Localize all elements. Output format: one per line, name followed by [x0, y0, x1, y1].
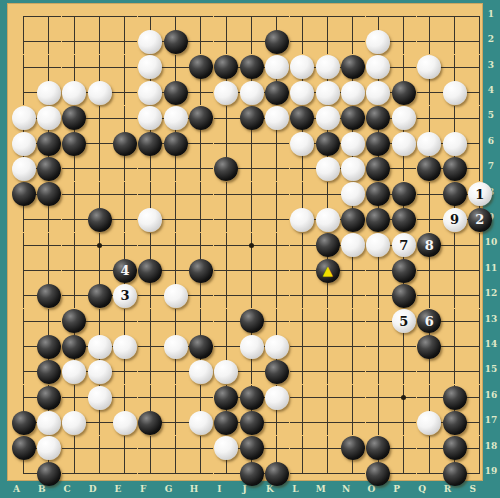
intersection-R13[interactable]	[442, 309, 467, 334]
intersection-P15[interactable]	[391, 359, 416, 384]
intersection-C4[interactable]	[62, 80, 87, 105]
intersection-L6[interactable]	[290, 131, 315, 156]
intersection-F5[interactable]	[138, 106, 163, 131]
intersection-Q15[interactable]	[417, 359, 442, 384]
intersection-L4[interactable]	[290, 80, 315, 105]
intersection-A9[interactable]	[11, 207, 36, 232]
intersection-F2[interactable]	[138, 29, 163, 54]
intersection-P10[interactable]: 7	[391, 233, 416, 258]
intersection-G6[interactable]	[163, 131, 188, 156]
intersection-M5[interactable]	[315, 106, 340, 131]
intersection-I13[interactable]	[214, 309, 239, 334]
intersection-B6[interactable]	[36, 131, 61, 156]
intersection-D17[interactable]	[87, 410, 112, 435]
intersection-Q10[interactable]: 8	[417, 233, 442, 258]
intersection-I1[interactable]	[214, 4, 239, 29]
intersection-L13[interactable]	[290, 309, 315, 334]
intersection-N1[interactable]	[340, 4, 365, 29]
intersection-I10[interactable]	[214, 233, 239, 258]
intersection-E19[interactable]	[112, 461, 137, 486]
intersection-B8[interactable]	[36, 182, 61, 207]
intersection-M19[interactable]	[315, 461, 340, 486]
intersection-Q19[interactable]	[417, 461, 442, 486]
intersection-N10[interactable]	[340, 233, 365, 258]
intersection-Q5[interactable]	[417, 106, 442, 131]
intersection-I2[interactable]	[214, 29, 239, 54]
intersection-H18[interactable]	[188, 436, 213, 461]
intersection-C18[interactable]	[62, 436, 87, 461]
intersection-E2[interactable]	[112, 29, 137, 54]
intersection-Q18[interactable]	[417, 436, 442, 461]
intersection-D4[interactable]	[87, 80, 112, 105]
intersection-K9[interactable]	[264, 207, 289, 232]
intersection-G5[interactable]	[163, 106, 188, 131]
intersection-R11[interactable]	[442, 258, 467, 283]
intersection-B13[interactable]	[36, 309, 61, 334]
intersection-F13[interactable]	[138, 309, 163, 334]
intersection-R9[interactable]: 9	[442, 207, 467, 232]
intersection-N7[interactable]	[340, 156, 365, 181]
intersection-E10[interactable]	[112, 233, 137, 258]
intersection-F19[interactable]	[138, 461, 163, 486]
intersection-J7[interactable]	[239, 156, 264, 181]
intersection-G10[interactable]	[163, 233, 188, 258]
intersection-H10[interactable]	[188, 233, 213, 258]
intersection-P8[interactable]	[391, 182, 416, 207]
intersection-G14[interactable]	[163, 334, 188, 359]
intersection-Q14[interactable]	[417, 334, 442, 359]
intersection-P7[interactable]	[391, 156, 416, 181]
intersection-R6[interactable]	[442, 131, 467, 156]
intersection-N16[interactable]	[340, 385, 365, 410]
intersection-R14[interactable]	[442, 334, 467, 359]
intersection-B2[interactable]	[36, 29, 61, 54]
intersection-G15[interactable]	[163, 359, 188, 384]
intersection-K18[interactable]	[264, 436, 289, 461]
intersection-J6[interactable]	[239, 131, 264, 156]
intersection-M13[interactable]	[315, 309, 340, 334]
intersection-K14[interactable]	[264, 334, 289, 359]
intersection-F10[interactable]	[138, 233, 163, 258]
intersection-B5[interactable]	[36, 106, 61, 131]
intersection-M1[interactable]	[315, 4, 340, 29]
intersection-A19[interactable]	[11, 461, 36, 486]
intersection-H6[interactable]	[188, 131, 213, 156]
intersection-N4[interactable]	[340, 80, 365, 105]
intersection-H15[interactable]	[188, 359, 213, 384]
intersection-J17[interactable]	[239, 410, 264, 435]
intersection-F8[interactable]	[138, 182, 163, 207]
intersection-M11[interactable]: ▲	[315, 258, 340, 283]
intersection-R2[interactable]	[442, 29, 467, 54]
intersection-I17[interactable]	[214, 410, 239, 435]
intersection-D13[interactable]	[87, 309, 112, 334]
intersection-M14[interactable]	[315, 334, 340, 359]
intersection-L15[interactable]	[290, 359, 315, 384]
intersection-G18[interactable]	[163, 436, 188, 461]
intersection-D11[interactable]	[87, 258, 112, 283]
intersection-B17[interactable]	[36, 410, 61, 435]
intersection-A14[interactable]	[11, 334, 36, 359]
intersection-K13[interactable]	[264, 309, 289, 334]
intersection-A7[interactable]	[11, 156, 36, 181]
intersection-K10[interactable]	[264, 233, 289, 258]
intersection-A12[interactable]	[11, 283, 36, 308]
intersection-K4[interactable]	[264, 80, 289, 105]
intersection-I9[interactable]	[214, 207, 239, 232]
intersection-C11[interactable]	[62, 258, 87, 283]
intersection-C14[interactable]	[62, 334, 87, 359]
intersection-N5[interactable]	[340, 106, 365, 131]
intersection-D8[interactable]	[87, 182, 112, 207]
intersection-C5[interactable]	[62, 106, 87, 131]
intersection-E5[interactable]	[112, 106, 137, 131]
intersection-D9[interactable]	[87, 207, 112, 232]
intersection-D15[interactable]	[87, 359, 112, 384]
intersection-G2[interactable]	[163, 29, 188, 54]
intersection-F17[interactable]	[138, 410, 163, 435]
intersection-R1[interactable]	[442, 4, 467, 29]
intersection-J10[interactable]	[239, 233, 264, 258]
intersection-B7[interactable]	[36, 156, 61, 181]
intersection-C7[interactable]	[62, 156, 87, 181]
intersection-L9[interactable]	[290, 207, 315, 232]
intersection-A6[interactable]	[11, 131, 36, 156]
intersection-S9[interactable]: 2	[467, 207, 492, 232]
intersection-A11[interactable]	[11, 258, 36, 283]
intersection-O1[interactable]	[366, 4, 391, 29]
intersection-A18[interactable]	[11, 436, 36, 461]
intersection-N19[interactable]	[340, 461, 365, 486]
intersection-G19[interactable]	[163, 461, 188, 486]
intersection-C8[interactable]	[62, 182, 87, 207]
intersection-Q1[interactable]	[417, 4, 442, 29]
intersection-F12[interactable]	[138, 283, 163, 308]
intersection-C12[interactable]	[62, 283, 87, 308]
intersection-H19[interactable]	[188, 461, 213, 486]
intersection-N15[interactable]	[340, 359, 365, 384]
intersection-E8[interactable]	[112, 182, 137, 207]
intersection-M12[interactable]	[315, 283, 340, 308]
intersection-A15[interactable]	[11, 359, 36, 384]
intersection-F4[interactable]	[138, 80, 163, 105]
intersection-E13[interactable]	[112, 309, 137, 334]
intersection-G4[interactable]	[163, 80, 188, 105]
intersection-O3[interactable]	[366, 55, 391, 80]
intersection-J18[interactable]	[239, 436, 264, 461]
intersection-M17[interactable]	[315, 410, 340, 435]
intersection-I12[interactable]	[214, 283, 239, 308]
intersection-O7[interactable]	[366, 156, 391, 181]
intersection-F14[interactable]	[138, 334, 163, 359]
intersection-R18[interactable]	[442, 436, 467, 461]
intersection-N18[interactable]	[340, 436, 365, 461]
intersection-A4[interactable]	[11, 80, 36, 105]
intersection-J5[interactable]	[239, 106, 264, 131]
intersection-O8[interactable]	[366, 182, 391, 207]
intersection-A13[interactable]	[11, 309, 36, 334]
intersection-H14[interactable]	[188, 334, 213, 359]
intersection-H7[interactable]	[188, 156, 213, 181]
intersection-P5[interactable]	[391, 106, 416, 131]
intersection-J2[interactable]	[239, 29, 264, 54]
intersection-M3[interactable]	[315, 55, 340, 80]
intersection-I11[interactable]	[214, 258, 239, 283]
intersection-J11[interactable]	[239, 258, 264, 283]
intersection-B11[interactable]	[36, 258, 61, 283]
intersection-D18[interactable]	[87, 436, 112, 461]
intersection-M2[interactable]	[315, 29, 340, 54]
intersection-Q2[interactable]	[417, 29, 442, 54]
intersection-J16[interactable]	[239, 385, 264, 410]
intersection-Q4[interactable]	[417, 80, 442, 105]
intersection-O19[interactable]	[366, 461, 391, 486]
intersection-L8[interactable]	[290, 182, 315, 207]
intersection-L2[interactable]	[290, 29, 315, 54]
intersection-I15[interactable]	[214, 359, 239, 384]
intersection-F11[interactable]	[138, 258, 163, 283]
intersection-H9[interactable]	[188, 207, 213, 232]
intersection-G11[interactable]	[163, 258, 188, 283]
intersection-N3[interactable]	[340, 55, 365, 80]
intersection-O12[interactable]	[366, 283, 391, 308]
intersection-E6[interactable]	[112, 131, 137, 156]
intersection-D6[interactable]	[87, 131, 112, 156]
intersection-A16[interactable]	[11, 385, 36, 410]
intersection-H4[interactable]	[188, 80, 213, 105]
intersection-E12[interactable]: 3	[112, 283, 137, 308]
intersection-C16[interactable]	[62, 385, 87, 410]
intersection-I16[interactable]	[214, 385, 239, 410]
intersection-K12[interactable]	[264, 283, 289, 308]
intersection-E17[interactable]	[112, 410, 137, 435]
intersection-J12[interactable]	[239, 283, 264, 308]
intersection-O4[interactable]	[366, 80, 391, 105]
intersection-F18[interactable]	[138, 436, 163, 461]
intersection-Q13[interactable]: 6	[417, 309, 442, 334]
intersection-I8[interactable]	[214, 182, 239, 207]
intersection-P6[interactable]	[391, 131, 416, 156]
intersection-O18[interactable]	[366, 436, 391, 461]
intersection-C9[interactable]	[62, 207, 87, 232]
intersection-I7[interactable]	[214, 156, 239, 181]
intersection-P12[interactable]	[391, 283, 416, 308]
intersection-C2[interactable]	[62, 29, 87, 54]
intersection-H8[interactable]	[188, 182, 213, 207]
intersection-E9[interactable]	[112, 207, 137, 232]
intersection-A2[interactable]	[11, 29, 36, 54]
intersection-N11[interactable]	[340, 258, 365, 283]
intersection-G9[interactable]	[163, 207, 188, 232]
intersection-Q7[interactable]	[417, 156, 442, 181]
intersection-Q11[interactable]	[417, 258, 442, 283]
intersection-H13[interactable]	[188, 309, 213, 334]
intersection-P3[interactable]	[391, 55, 416, 80]
intersection-O14[interactable]	[366, 334, 391, 359]
intersection-O9[interactable]	[366, 207, 391, 232]
intersection-M15[interactable]	[315, 359, 340, 384]
intersection-L10[interactable]	[290, 233, 315, 258]
intersection-B16[interactable]	[36, 385, 61, 410]
intersection-I4[interactable]	[214, 80, 239, 105]
intersection-Q16[interactable]	[417, 385, 442, 410]
intersection-C1[interactable]	[62, 4, 87, 29]
intersection-F9[interactable]	[138, 207, 163, 232]
intersection-B9[interactable]	[36, 207, 61, 232]
intersection-R8[interactable]	[442, 182, 467, 207]
intersection-O10[interactable]	[366, 233, 391, 258]
intersection-L7[interactable]	[290, 156, 315, 181]
intersection-E14[interactable]	[112, 334, 137, 359]
intersection-K19[interactable]	[264, 461, 289, 486]
intersection-D5[interactable]	[87, 106, 112, 131]
intersection-M7[interactable]	[315, 156, 340, 181]
intersection-J3[interactable]	[239, 55, 264, 80]
intersection-R3[interactable]	[442, 55, 467, 80]
intersection-O2[interactable]	[366, 29, 391, 54]
intersection-R19[interactable]	[442, 461, 467, 486]
intersection-C17[interactable]	[62, 410, 87, 435]
intersection-F7[interactable]	[138, 156, 163, 181]
intersection-B12[interactable]	[36, 283, 61, 308]
intersection-R16[interactable]	[442, 385, 467, 410]
intersection-R12[interactable]	[442, 283, 467, 308]
intersection-O13[interactable]	[366, 309, 391, 334]
intersection-F15[interactable]	[138, 359, 163, 384]
intersection-A10[interactable]	[11, 233, 36, 258]
intersection-E3[interactable]	[112, 55, 137, 80]
intersection-E1[interactable]	[112, 4, 137, 29]
intersection-Q6[interactable]	[417, 131, 442, 156]
intersection-L17[interactable]	[290, 410, 315, 435]
intersection-D3[interactable]	[87, 55, 112, 80]
intersection-C3[interactable]	[62, 55, 87, 80]
intersection-M9[interactable]	[315, 207, 340, 232]
intersection-E18[interactable]	[112, 436, 137, 461]
intersection-O5[interactable]	[366, 106, 391, 131]
intersection-P19[interactable]	[391, 461, 416, 486]
intersection-D10[interactable]	[87, 233, 112, 258]
intersection-G16[interactable]	[163, 385, 188, 410]
intersection-B14[interactable]	[36, 334, 61, 359]
intersection-Q3[interactable]	[417, 55, 442, 80]
intersection-F6[interactable]	[138, 131, 163, 156]
intersection-H12[interactable]	[188, 283, 213, 308]
intersection-P2[interactable]	[391, 29, 416, 54]
intersection-P11[interactable]	[391, 258, 416, 283]
intersection-K7[interactable]	[264, 156, 289, 181]
intersection-Q12[interactable]	[417, 283, 442, 308]
intersection-K2[interactable]	[264, 29, 289, 54]
intersection-L12[interactable]	[290, 283, 315, 308]
intersection-A8[interactable]	[11, 182, 36, 207]
intersection-H1[interactable]	[188, 4, 213, 29]
intersection-P14[interactable]	[391, 334, 416, 359]
intersection-L11[interactable]	[290, 258, 315, 283]
intersection-I19[interactable]	[214, 461, 239, 486]
intersection-H17[interactable]	[188, 410, 213, 435]
intersection-J8[interactable]	[239, 182, 264, 207]
intersection-B10[interactable]	[36, 233, 61, 258]
intersection-J14[interactable]	[239, 334, 264, 359]
intersection-G1[interactable]	[163, 4, 188, 29]
intersection-L5[interactable]	[290, 106, 315, 131]
intersection-G12[interactable]	[163, 283, 188, 308]
intersection-Q8[interactable]	[417, 182, 442, 207]
intersection-C6[interactable]	[62, 131, 87, 156]
intersection-J1[interactable]	[239, 4, 264, 29]
intersection-P1[interactable]	[391, 4, 416, 29]
intersection-Q9[interactable]	[417, 207, 442, 232]
intersection-M8[interactable]	[315, 182, 340, 207]
intersection-J19[interactable]	[239, 461, 264, 486]
intersection-J13[interactable]	[239, 309, 264, 334]
intersection-K11[interactable]	[264, 258, 289, 283]
intersection-L19[interactable]	[290, 461, 315, 486]
intersection-P17[interactable]	[391, 410, 416, 435]
intersection-K3[interactable]	[264, 55, 289, 80]
intersection-D19[interactable]	[87, 461, 112, 486]
intersection-N8[interactable]	[340, 182, 365, 207]
intersection-K5[interactable]	[264, 106, 289, 131]
intersection-B15[interactable]	[36, 359, 61, 384]
intersection-I5[interactable]	[214, 106, 239, 131]
intersection-C13[interactable]	[62, 309, 87, 334]
intersection-E16[interactable]	[112, 385, 137, 410]
intersection-D2[interactable]	[87, 29, 112, 54]
intersection-G3[interactable]	[163, 55, 188, 80]
intersection-F1[interactable]	[138, 4, 163, 29]
intersection-L16[interactable]	[290, 385, 315, 410]
intersection-E4[interactable]	[112, 80, 137, 105]
intersection-H2[interactable]	[188, 29, 213, 54]
intersection-I6[interactable]	[214, 131, 239, 156]
intersection-R5[interactable]	[442, 106, 467, 131]
intersection-F16[interactable]	[138, 385, 163, 410]
intersection-I14[interactable]	[214, 334, 239, 359]
intersection-N12[interactable]	[340, 283, 365, 308]
intersection-K17[interactable]	[264, 410, 289, 435]
intersection-I18[interactable]	[214, 436, 239, 461]
intersection-C19[interactable]	[62, 461, 87, 486]
intersection-B18[interactable]	[36, 436, 61, 461]
intersection-N9[interactable]	[340, 207, 365, 232]
intersection-M16[interactable]	[315, 385, 340, 410]
intersection-E7[interactable]	[112, 156, 137, 181]
intersection-A5[interactable]	[11, 106, 36, 131]
intersection-R10[interactable]	[442, 233, 467, 258]
intersection-M18[interactable]	[315, 436, 340, 461]
intersection-N6[interactable]	[340, 131, 365, 156]
intersection-A17[interactable]	[11, 410, 36, 435]
intersection-J15[interactable]	[239, 359, 264, 384]
intersection-K1[interactable]	[264, 4, 289, 29]
intersection-H16[interactable]	[188, 385, 213, 410]
intersection-L3[interactable]	[290, 55, 315, 80]
intersection-O6[interactable]	[366, 131, 391, 156]
intersection-D12[interactable]	[87, 283, 112, 308]
intersection-Q17[interactable]	[417, 410, 442, 435]
intersection-E15[interactable]	[112, 359, 137, 384]
intersection-P16[interactable]	[391, 385, 416, 410]
intersection-O16[interactable]	[366, 385, 391, 410]
intersection-D16[interactable]	[87, 385, 112, 410]
intersection-S8[interactable]: 1	[467, 182, 492, 207]
intersection-L14[interactable]	[290, 334, 315, 359]
intersection-A1[interactable]	[11, 4, 36, 29]
intersection-N2[interactable]	[340, 29, 365, 54]
intersection-B3[interactable]	[36, 55, 61, 80]
